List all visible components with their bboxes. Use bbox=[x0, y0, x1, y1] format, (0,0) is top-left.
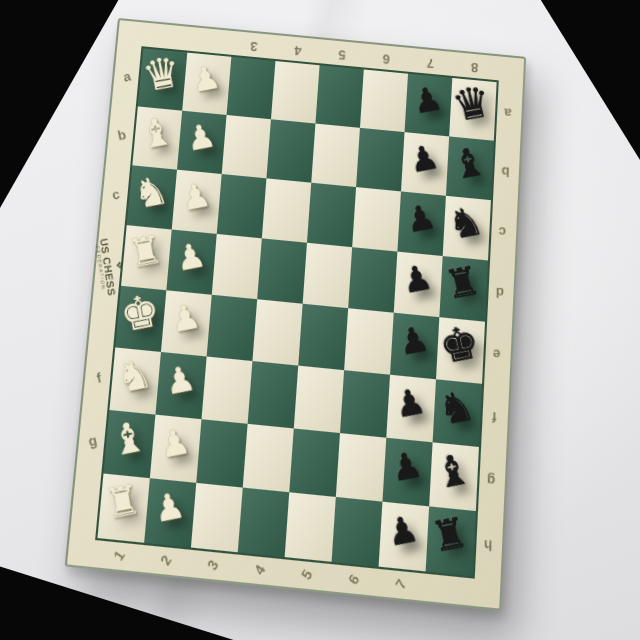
square-e4[interactable] bbox=[252, 299, 302, 365]
square-h2[interactable]: ♟ bbox=[144, 478, 196, 547]
black-pawn-g7[interactable]: ♟ bbox=[377, 431, 436, 503]
chess-board-perspective-wrap: 345678 1234567 abcfg abcdefgh ❖ US CHESS… bbox=[65, 18, 522, 606]
label-right-file-b: b bbox=[491, 141, 520, 203]
black-pawn-b7[interactable]: ♟ bbox=[396, 126, 453, 193]
black-bishop-b8[interactable]: ♝ bbox=[440, 130, 497, 197]
chess-board: 345678 1234567 abcfg abcdefgh ❖ US CHESS… bbox=[65, 18, 526, 611]
black-pawn-e7[interactable]: ♟ bbox=[385, 306, 443, 376]
square-g3[interactable] bbox=[196, 419, 247, 487]
square-h3[interactable] bbox=[191, 483, 243, 552]
label-bottom-rank-3: 3 bbox=[189, 548, 238, 582]
black-pawn-a7[interactable]: ♟ bbox=[399, 67, 455, 133]
square-e3[interactable] bbox=[207, 295, 258, 361]
label-right-file-d: d bbox=[485, 260, 515, 324]
black-rook-d8[interactable]: ♜ bbox=[434, 249, 492, 318]
label-right-file-h: h bbox=[473, 511, 504, 579]
white-bishop-g1[interactable]: ♝ bbox=[100, 403, 157, 475]
label-right-file-a: a bbox=[494, 82, 523, 143]
square-h5[interactable] bbox=[285, 492, 336, 562]
black-pawn-d7[interactable]: ♟ bbox=[388, 245, 446, 314]
square-f5[interactable] bbox=[294, 366, 344, 433]
white-rook-h1[interactable]: ♜ bbox=[94, 466, 151, 539]
white-rook-d1[interactable]: ♜ bbox=[118, 218, 174, 286]
square-a5[interactable] bbox=[315, 65, 363, 128]
square-e5[interactable] bbox=[298, 304, 348, 370]
label-bottom-rank-6: 6 bbox=[330, 562, 379, 596]
label-bottom-rank-7: 7 bbox=[377, 567, 426, 601]
white-pawn-a2[interactable]: ♟ bbox=[179, 46, 234, 111]
square-d3[interactable] bbox=[212, 234, 262, 299]
square-c4[interactable] bbox=[262, 178, 311, 242]
black-pawn-f7[interactable]: ♟ bbox=[381, 368, 439, 439]
black-knight-c8[interactable]: ♞ bbox=[437, 189, 494, 257]
white-pawn-c2[interactable]: ♟ bbox=[168, 163, 224, 230]
label-bottom-rank-4: 4 bbox=[236, 552, 285, 586]
black-rook-h8[interactable]: ♜ bbox=[420, 499, 480, 572]
square-b3[interactable] bbox=[222, 115, 271, 178]
label-bottom-rank-2: 2 bbox=[142, 543, 191, 577]
label-bottom-rank-blank bbox=[424, 571, 473, 605]
square-b4[interactable] bbox=[266, 119, 315, 182]
white-pawn-d2[interactable]: ♟ bbox=[163, 223, 219, 291]
white-pawn-g2[interactable]: ♟ bbox=[146, 408, 203, 480]
square-c5[interactable] bbox=[307, 183, 356, 247]
square-f3[interactable] bbox=[201, 356, 252, 423]
square-b5[interactable] bbox=[311, 124, 360, 188]
black-knight-f8[interactable]: ♞ bbox=[427, 372, 486, 443]
white-pawn-h2[interactable]: ♟ bbox=[141, 471, 199, 544]
white-pawn-e2[interactable]: ♟ bbox=[157, 283, 213, 352]
square-d5[interactable] bbox=[303, 243, 353, 308]
white-bishop-b1[interactable]: ♝ bbox=[129, 100, 184, 166]
label-right-file-e: e bbox=[482, 322, 512, 387]
black-bishop-g8[interactable]: ♝ bbox=[423, 435, 482, 507]
square-d4[interactable] bbox=[257, 238, 307, 303]
white-king-e1[interactable]: ♚ bbox=[112, 279, 168, 348]
square-h4[interactable] bbox=[238, 488, 289, 558]
square-a4[interactable] bbox=[271, 61, 320, 124]
board-grid: ♛♟♟♛♝♟♟♝♞♟♟♞♜♟♟♜♚♟♟♚♞♟♟♞♝♟♟♝♜♟♟♜ bbox=[97, 48, 496, 576]
square-c3[interactable] bbox=[217, 174, 267, 238]
black-pawn-c7[interactable]: ♟ bbox=[392, 185, 449, 253]
square-h8[interactable]: ♜ bbox=[426, 506, 476, 576]
white-knight-c1[interactable]: ♞ bbox=[123, 159, 178, 226]
black-king-e8[interactable]: ♚ bbox=[430, 310, 488, 380]
square-a3[interactable] bbox=[227, 57, 276, 119]
white-pawn-f2[interactable]: ♟ bbox=[152, 345, 209, 416]
white-pawn-b2[interactable]: ♟ bbox=[173, 104, 228, 170]
label-bottom-rank-1: 1 bbox=[95, 538, 144, 572]
square-g4[interactable] bbox=[243, 424, 294, 492]
label-right-file-g: g bbox=[476, 447, 507, 514]
square-g5[interactable] bbox=[289, 428, 340, 497]
white-knight-f1[interactable]: ♞ bbox=[106, 340, 162, 410]
black-queen-a8[interactable]: ♛ bbox=[444, 71, 501, 137]
square-f4[interactable] bbox=[248, 361, 299, 428]
white-queen-a1[interactable]: ♛ bbox=[135, 42, 189, 107]
label-right-file-f: f bbox=[479, 384, 509, 450]
photo-backdrop: 345678 1234567 abcfg abcdefgh ❖ US CHESS… bbox=[0, 0, 640, 640]
label-bottom-rank-5: 5 bbox=[283, 557, 332, 591]
black-pawn-h7[interactable]: ♟ bbox=[373, 494, 432, 567]
label-right-file-c: c bbox=[488, 200, 518, 263]
